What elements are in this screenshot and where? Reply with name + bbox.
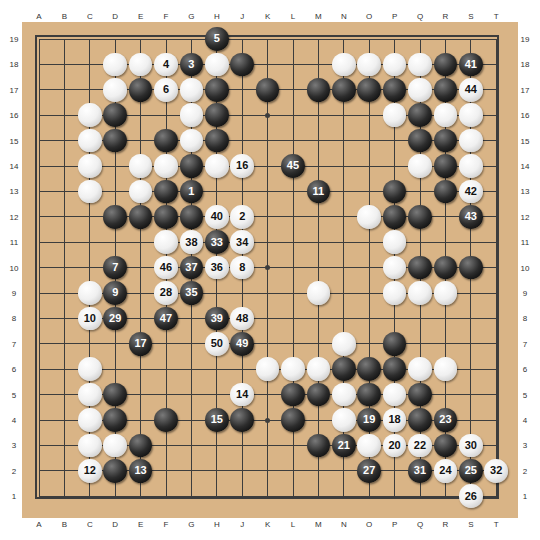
stone-H14 <box>205 154 229 178</box>
col-label-top-D: D <box>112 12 118 21</box>
grid-line <box>318 39 319 497</box>
col-label-bottom-M: M <box>315 520 322 529</box>
col-label-bottom-F: F <box>164 520 169 529</box>
stone-Q16 <box>408 103 432 127</box>
stone-D18 <box>103 53 127 77</box>
row-label-right-9: 9 <box>523 289 527 298</box>
row-label-right-12: 12 <box>521 212 530 221</box>
stone-R16 <box>434 103 458 127</box>
stone-H15 <box>205 129 229 153</box>
stone-J11: 34 <box>230 230 254 254</box>
stone-O3 <box>357 434 381 458</box>
stone-Q15 <box>408 129 432 153</box>
stone-G17 <box>180 78 204 102</box>
stone-J7: 49 <box>230 332 254 356</box>
col-label-top-C: C <box>87 12 93 21</box>
col-label-top-E: E <box>138 12 143 21</box>
stone-F13 <box>154 180 178 204</box>
stone-Q9 <box>408 281 432 305</box>
row-label-right-5: 5 <box>523 390 527 399</box>
stone-O17 <box>357 78 381 102</box>
stone-Q18 <box>408 53 432 77</box>
stone-Q2: 31 <box>408 459 432 483</box>
row-label-left-9: 9 <box>12 289 16 298</box>
row-label-right-13: 13 <box>521 187 530 196</box>
stone-F8: 47 <box>154 307 178 331</box>
row-label-left-19: 19 <box>10 35 19 44</box>
row-label-right-2: 2 <box>523 466 527 475</box>
stone-P9 <box>383 281 407 305</box>
col-label-top-K: K <box>265 12 270 21</box>
stone-D2 <box>103 459 127 483</box>
stone-H4: 15 <box>205 408 229 432</box>
row-label-left-18: 18 <box>10 60 19 69</box>
stone-H17 <box>205 78 229 102</box>
page: 5434164416451114240243383334746373689283… <box>0 0 540 540</box>
stone-D9: 9 <box>103 281 127 305</box>
stone-F15 <box>154 129 178 153</box>
stone-J14: 16 <box>230 154 254 178</box>
col-label-top-M: M <box>315 12 322 21</box>
stone-O18 <box>357 53 381 77</box>
stone-C8: 10 <box>78 307 102 331</box>
col-label-bottom-Q: Q <box>417 520 423 529</box>
stone-E17 <box>129 78 153 102</box>
col-label-bottom-J: J <box>240 520 244 529</box>
stone-R2: 24 <box>434 459 458 483</box>
row-label-left-5: 5 <box>12 390 16 399</box>
stone-N3: 21 <box>332 434 356 458</box>
stone-S12: 43 <box>459 205 483 229</box>
row-label-right-16: 16 <box>521 111 530 120</box>
stone-R17 <box>434 78 458 102</box>
stone-O12 <box>357 205 381 229</box>
col-label-top-A: A <box>36 12 41 21</box>
stone-S1: 26 <box>459 484 483 508</box>
row-label-right-8: 8 <box>523 314 527 323</box>
stone-N5 <box>332 383 356 407</box>
row-label-left-14: 14 <box>10 162 19 171</box>
stone-F12 <box>154 205 178 229</box>
stone-Q5 <box>408 383 432 407</box>
col-label-bottom-E: E <box>138 520 143 529</box>
row-label-right-19: 19 <box>521 35 530 44</box>
stone-L4 <box>281 408 305 432</box>
stone-C4 <box>78 408 102 432</box>
stone-H10: 36 <box>205 256 229 280</box>
stone-S13: 42 <box>459 180 483 204</box>
stone-E7: 17 <box>129 332 153 356</box>
col-label-top-J: J <box>240 12 244 21</box>
stone-C14 <box>78 154 102 178</box>
stone-H11: 33 <box>205 230 229 254</box>
stone-S3: 30 <box>459 434 483 458</box>
stone-H16 <box>205 103 229 127</box>
row-label-left-4: 4 <box>12 416 16 425</box>
stone-D17 <box>103 78 127 102</box>
stone-H19: 5 <box>205 27 229 51</box>
col-label-top-P: P <box>392 12 397 21</box>
stone-J18 <box>230 53 254 77</box>
stone-O4: 19 <box>357 408 381 432</box>
col-label-bottom-B: B <box>62 520 67 529</box>
stone-D4 <box>103 408 127 432</box>
col-label-top-H: H <box>214 12 220 21</box>
col-label-bottom-S: S <box>468 520 473 529</box>
row-label-left-13: 13 <box>10 187 19 196</box>
stone-Q12 <box>408 205 432 229</box>
col-label-bottom-L: L <box>291 520 295 529</box>
stone-E14 <box>129 154 153 178</box>
row-label-left-2: 2 <box>12 466 16 475</box>
row-label-right-11: 11 <box>521 238 529 247</box>
row-label-right-6: 6 <box>523 365 527 374</box>
stone-M9 <box>307 281 331 305</box>
stone-Q6 <box>408 357 432 381</box>
stone-S16 <box>459 103 483 127</box>
stone-L5 <box>281 383 305 407</box>
stone-P7 <box>383 332 407 356</box>
stone-D12 <box>103 205 127 229</box>
row-label-right-14: 14 <box>521 162 530 171</box>
stone-C16 <box>78 103 102 127</box>
row-label-left-16: 16 <box>10 111 19 120</box>
star-point <box>265 418 270 423</box>
stone-P17 <box>383 78 407 102</box>
row-label-right-3: 3 <box>523 441 527 450</box>
col-label-top-G: G <box>188 12 194 21</box>
stone-G16 <box>180 103 204 127</box>
row-label-left-12: 12 <box>10 212 19 221</box>
stone-G9: 35 <box>180 281 204 305</box>
stone-Q14 <box>408 154 432 178</box>
stone-D16 <box>103 103 127 127</box>
stone-S14 <box>459 154 483 178</box>
row-label-left-1: 1 <box>12 492 16 501</box>
stone-C13 <box>78 180 102 204</box>
stone-H7: 50 <box>205 332 229 356</box>
row-label-left-11: 11 <box>10 238 18 247</box>
stone-R4: 23 <box>434 408 458 432</box>
stone-N18 <box>332 53 356 77</box>
row-label-left-8: 8 <box>12 314 16 323</box>
col-label-bottom-D: D <box>112 520 118 529</box>
stone-E12 <box>129 205 153 229</box>
stone-G11: 38 <box>180 230 204 254</box>
row-label-left-10: 10 <box>10 263 19 272</box>
stone-C5 <box>78 383 102 407</box>
stone-R9 <box>434 281 458 305</box>
stone-C15 <box>78 129 102 153</box>
stone-D8: 29 <box>103 307 127 331</box>
stone-S2: 25 <box>459 459 483 483</box>
stone-H8: 39 <box>205 307 229 331</box>
col-label-top-B: B <box>62 12 67 21</box>
stone-C2: 12 <box>78 459 102 483</box>
stone-M6 <box>307 357 331 381</box>
row-label-left-7: 7 <box>12 339 16 348</box>
row-label-left-15: 15 <box>10 136 19 145</box>
grid-line <box>39 343 497 344</box>
col-label-bottom-N: N <box>341 520 347 529</box>
stone-F18: 4 <box>154 53 178 77</box>
col-label-bottom-C: C <box>87 520 93 529</box>
row-label-right-10: 10 <box>521 263 530 272</box>
col-label-bottom-P: P <box>392 520 397 529</box>
grid-line <box>39 496 497 497</box>
row-label-left-3: 3 <box>12 441 16 450</box>
col-label-bottom-R: R <box>443 520 449 529</box>
stone-S15 <box>459 129 483 153</box>
col-label-bottom-O: O <box>366 520 372 529</box>
row-label-right-17: 17 <box>521 85 530 94</box>
stone-N7 <box>332 332 356 356</box>
stone-M17 <box>307 78 331 102</box>
stone-Q4 <box>408 408 432 432</box>
col-label-top-O: O <box>366 12 372 21</box>
stone-S17: 44 <box>459 78 483 102</box>
row-label-right-15: 15 <box>521 136 530 145</box>
stone-S18: 41 <box>459 53 483 77</box>
row-label-right-4: 4 <box>523 416 527 425</box>
col-label-top-N: N <box>341 12 347 21</box>
col-label-top-S: S <box>468 12 473 21</box>
row-label-right-18: 18 <box>521 60 530 69</box>
stone-F14 <box>154 154 178 178</box>
row-label-left-17: 17 <box>10 85 19 94</box>
stone-T2: 32 <box>484 459 508 483</box>
col-label-top-F: F <box>164 12 169 21</box>
stone-H18 <box>205 53 229 77</box>
stone-G12 <box>180 205 204 229</box>
stone-K17 <box>256 78 280 102</box>
stone-C9 <box>78 281 102 305</box>
col-label-top-T: T <box>494 12 499 21</box>
stone-G14 <box>180 154 204 178</box>
row-label-right-7: 7 <box>523 339 527 348</box>
row-label-right-1: 1 <box>523 492 527 501</box>
col-label-bottom-T: T <box>494 520 499 529</box>
star-point <box>265 113 270 118</box>
stone-J4 <box>230 408 254 432</box>
col-label-bottom-G: G <box>188 520 194 529</box>
stone-J12: 2 <box>230 205 254 229</box>
col-label-bottom-K: K <box>265 520 270 529</box>
stone-O2: 27 <box>357 459 381 483</box>
row-label-left-6: 6 <box>12 365 16 374</box>
stone-F9: 28 <box>154 281 178 305</box>
col-label-bottom-A: A <box>36 520 41 529</box>
stone-H12: 40 <box>205 205 229 229</box>
stone-N4 <box>332 408 356 432</box>
stone-J8: 48 <box>230 307 254 331</box>
stone-F10: 46 <box>154 256 178 280</box>
stone-L14: 45 <box>281 154 305 178</box>
stone-E2: 13 <box>129 459 153 483</box>
stone-C6 <box>78 357 102 381</box>
stone-R6 <box>434 357 458 381</box>
col-label-top-Q: Q <box>417 12 423 21</box>
stone-Q10 <box>408 256 432 280</box>
col-label-top-L: L <box>291 12 295 21</box>
stone-D3 <box>103 434 127 458</box>
stone-S10 <box>459 256 483 280</box>
go-board: 5434164416451114240243383334746373689283… <box>22 22 518 518</box>
stone-C3 <box>78 434 102 458</box>
stone-P12 <box>383 205 407 229</box>
col-label-bottom-H: H <box>214 520 220 529</box>
stone-P4: 18 <box>383 408 407 432</box>
stone-F4 <box>154 408 178 432</box>
stone-Q17 <box>408 78 432 102</box>
stone-O6 <box>357 357 381 381</box>
col-label-top-R: R <box>443 12 449 21</box>
stone-N17 <box>332 78 356 102</box>
grid-line <box>496 39 497 497</box>
stone-F17: 6 <box>154 78 178 102</box>
stone-R14 <box>434 154 458 178</box>
stone-Q3: 22 <box>408 434 432 458</box>
stone-N6 <box>332 357 356 381</box>
stone-L6 <box>281 357 305 381</box>
stone-F11 <box>154 230 178 254</box>
